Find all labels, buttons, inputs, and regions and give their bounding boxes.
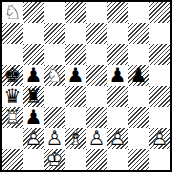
square-h4[interactable] <box>149 86 170 107</box>
square-e2[interactable]: ♟♙ <box>86 128 107 149</box>
piece-white-knight: ♞♘ <box>46 65 64 86</box>
square-e5[interactable] <box>86 65 107 86</box>
piece-white-pawn: ♟♙ <box>25 128 43 149</box>
square-f7[interactable] <box>107 23 128 44</box>
square-a7[interactable] <box>2 23 23 44</box>
square-d2[interactable]: ♝♗ <box>65 128 86 149</box>
square-c5[interactable]: ♞♘ <box>44 65 65 86</box>
square-g8[interactable] <box>128 2 149 23</box>
piece-black-rook: ♜ <box>25 86 43 107</box>
square-b7[interactable] <box>23 23 44 44</box>
square-f1[interactable] <box>107 149 128 170</box>
square-a5[interactable]: ♚ <box>2 65 23 86</box>
square-h3[interactable] <box>149 107 170 128</box>
square-f6[interactable] <box>107 44 128 65</box>
square-g4[interactable] <box>128 86 149 107</box>
square-a1[interactable] <box>2 149 23 170</box>
square-g5[interactable]: ♟ <box>128 65 149 86</box>
square-f3[interactable] <box>107 107 128 128</box>
piece-white-bishop: ♝♗ <box>67 128 85 149</box>
piece-black-pawn: ♟ <box>109 65 127 86</box>
piece-white-pawn: ♟♙ <box>88 128 106 149</box>
chess-board: ♞♘♚♟♞♘♟♟♟♛♜♜♖♟♟♙♟♙♝♗♟♙♟♙♟♙♚♔ <box>2 2 170 170</box>
square-f2[interactable]: ♟♙ <box>107 128 128 149</box>
square-h6[interactable] <box>149 44 170 65</box>
piece-white-rook: ♜♖ <box>4 107 22 128</box>
square-g2[interactable] <box>128 128 149 149</box>
square-d6[interactable] <box>65 44 86 65</box>
piece-black-queen: ♛ <box>4 86 22 107</box>
piece-white-pawn: ♟♙ <box>109 128 127 149</box>
piece-white-pawn: ♟♙ <box>151 128 169 149</box>
square-b8[interactable] <box>23 2 44 23</box>
square-a2[interactable] <box>2 128 23 149</box>
piece-black-pawn: ♟ <box>67 65 85 86</box>
piece-white-pawn: ♟♙ <box>46 128 64 149</box>
square-g6[interactable] <box>128 44 149 65</box>
square-h5[interactable] <box>149 65 170 86</box>
chess-board-frame: ♞♘♚♟♞♘♟♟♟♛♜♜♖♟♟♙♟♙♝♗♟♙♟♙♟♙♚♔ <box>0 0 172 172</box>
piece-black-king: ♚ <box>4 65 22 86</box>
square-g7[interactable] <box>128 23 149 44</box>
square-b3[interactable]: ♟ <box>23 107 44 128</box>
square-a6[interactable] <box>2 44 23 65</box>
square-d8[interactable] <box>65 2 86 23</box>
square-d5[interactable]: ♟ <box>65 65 86 86</box>
square-e6[interactable] <box>86 44 107 65</box>
piece-black-pawn: ♟ <box>130 65 148 86</box>
piece-white-king: ♚♔ <box>46 149 64 170</box>
square-e8[interactable] <box>86 2 107 23</box>
square-h2[interactable]: ♟♙ <box>149 128 170 149</box>
square-d1[interactable] <box>65 149 86 170</box>
square-c6[interactable] <box>44 44 65 65</box>
square-c1[interactable]: ♚♔ <box>44 149 65 170</box>
square-c4[interactable] <box>44 86 65 107</box>
square-a8[interactable]: ♞♘ <box>2 2 23 23</box>
square-e4[interactable] <box>86 86 107 107</box>
square-c8[interactable] <box>44 2 65 23</box>
square-c3[interactable] <box>44 107 65 128</box>
square-a3[interactable]: ♜♖ <box>2 107 23 128</box>
square-h1[interactable] <box>149 149 170 170</box>
square-e1[interactable] <box>86 149 107 170</box>
square-b6[interactable] <box>23 44 44 65</box>
square-b2[interactable]: ♟♙ <box>23 128 44 149</box>
square-e3[interactable] <box>86 107 107 128</box>
square-h8[interactable] <box>149 2 170 23</box>
piece-white-knight: ♞♘ <box>4 2 22 23</box>
square-f4[interactable] <box>107 86 128 107</box>
square-a4[interactable]: ♛ <box>2 86 23 107</box>
square-g3[interactable] <box>128 107 149 128</box>
square-b1[interactable] <box>23 149 44 170</box>
piece-black-pawn: ♟ <box>25 65 43 86</box>
square-d3[interactable] <box>65 107 86 128</box>
square-c7[interactable] <box>44 23 65 44</box>
square-d7[interactable] <box>65 23 86 44</box>
square-b4[interactable]: ♜ <box>23 86 44 107</box>
square-b5[interactable]: ♟ <box>23 65 44 86</box>
square-f5[interactable]: ♟ <box>107 65 128 86</box>
square-e7[interactable] <box>86 23 107 44</box>
square-c2[interactable]: ♟♙ <box>44 128 65 149</box>
piece-black-pawn: ♟ <box>25 107 43 128</box>
square-f8[interactable] <box>107 2 128 23</box>
square-g1[interactable] <box>128 149 149 170</box>
square-h7[interactable] <box>149 23 170 44</box>
square-d4[interactable] <box>65 86 86 107</box>
